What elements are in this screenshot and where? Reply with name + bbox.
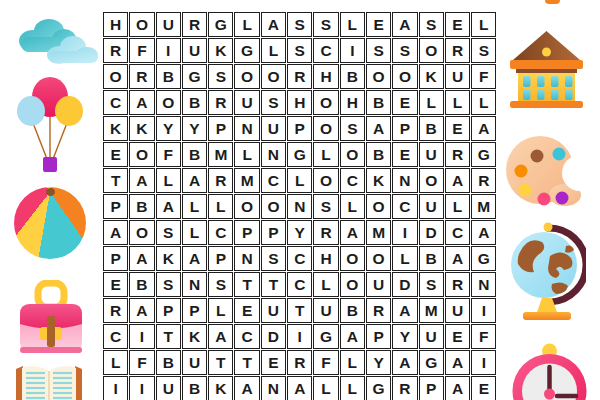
grid-cell-r9c1[interactable]: A [103,220,128,245]
grid-cell-r13c8[interactable]: I [287,324,312,349]
paint-palette-icon [504,134,586,207]
school-building-icon [507,29,586,108]
grid-cell-r6c1[interactable]: E [103,142,128,167]
grid-cell-r8c5[interactable]: L [208,194,233,219]
grid-cell-r2c12[interactable]: S [392,38,417,63]
grid-cell-r2c10[interactable]: I [340,38,365,63]
grid-cell-r4c8[interactable]: H [287,90,312,115]
grid-cell-r4c3[interactable]: O [156,90,181,115]
grid-cell-r10c14[interactable]: A [445,246,470,271]
grid-cell-r12c3[interactable]: P [156,298,181,323]
grid-cell-r2c7[interactable]: L [261,38,286,63]
grid-cell-r11c4[interactable]: N [182,272,207,297]
grid-cell-r14c14[interactable]: A [445,350,470,375]
grid-cell-r11c3[interactable]: S [156,272,181,297]
grid-cell-r8c2[interactable]: B [129,194,154,219]
grid-cell-r3c14[interactable]: U [445,64,470,89]
grid-cell-r14c11[interactable]: Y [366,350,391,375]
grid-cell-r4c10[interactable]: H [340,90,365,115]
grid-cell-r14c5[interactable]: T [208,350,233,375]
grid-cell-r7c13[interactable]: O [419,168,444,193]
grid-cell-r8c12[interactable]: C [392,194,417,219]
grid-cell-r1c3[interactable]: U [156,12,181,37]
open-book-icon [14,362,84,400]
grid-cell-r3c11[interactable]: O [366,64,391,89]
grid-cell-r5c5[interactable]: P [208,116,233,141]
grid-cell-r7c10[interactable]: C [340,168,365,193]
grid-cell-r1c4[interactable]: R [182,12,207,37]
grid-cell-r11c10[interactable]: O [340,272,365,297]
grid-cell-r8c14[interactable]: L [445,194,470,219]
grid-cell-r15c1[interactable]: I [103,376,128,400]
grid-cell-r15c3[interactable]: U [156,376,181,400]
grid-cell-r12c11[interactable]: R [366,298,391,323]
grid-cell-r6c12[interactable]: E [392,142,417,167]
grid-cell-r14c2[interactable]: F [129,350,154,375]
grid-cell-r12c2[interactable]: A [129,298,154,323]
cropped-orange-icon [545,0,560,4]
grid-cell-r1c13[interactable]: S [419,12,444,37]
grid-cell-r9c11[interactable]: M [366,220,391,245]
grid-cell-r8c11[interactable]: O [366,194,391,219]
grid-cell-r5c12[interactable]: P [392,116,417,141]
grid-cell-r4c5[interactable]: R [208,90,233,115]
grid-cell-r11c15[interactable]: N [471,272,496,297]
grid-cell-r2c15[interactable]: S [471,38,496,63]
clouds-icon [11,15,99,65]
grid-cell-r6c13[interactable]: U [419,142,444,167]
grid-cell-r13c12[interactable]: Y [392,324,417,349]
grid-cell-r6c15[interactable]: G [471,142,496,167]
grid-cell-r4c2[interactable]: A [129,90,154,115]
grid-cell-r5c3[interactable]: Y [156,116,181,141]
grid-cell-r4c11[interactable]: B [366,90,391,115]
balloons-icon [15,73,85,179]
grid-cell-r11c14[interactable]: R [445,272,470,297]
grid-cell-r13c1[interactable]: C [103,324,128,349]
grid-cell-r4c4[interactable]: B [182,90,207,115]
grid-cell-r13c4[interactable]: K [182,324,207,349]
grid-cell-r1c6[interactable]: L [234,12,259,37]
grid-cell-r3c10[interactable]: B [340,64,365,89]
grid-cell-r8c4[interactable]: L [182,194,207,219]
grid-cell-r9c4[interactable]: L [182,220,207,245]
grid-cell-r14c4[interactable]: U [182,350,207,375]
grid-cell-r11c6[interactable]: T [234,272,259,297]
grid-cell-r6c8[interactable]: G [287,142,312,167]
grid-cell-r14c12[interactable]: A [392,350,417,375]
grid-cell-r13c14[interactable]: E [445,324,470,349]
grid-cell-r6c9[interactable]: L [313,142,338,167]
grid-cell-r12c14[interactable]: U [445,298,470,323]
grid-cell-r9c10[interactable]: A [340,220,365,245]
grid-cell-r9c7[interactable]: P [261,220,286,245]
grid-cell-r3c3[interactable]: B [156,64,181,89]
grid-cell-r14c3[interactable]: B [156,350,181,375]
grid-cell-r7c3[interactable]: L [156,168,181,193]
grid-cell-r1c11[interactable]: E [366,12,391,37]
grid-cell-r15c8[interactable]: A [287,376,312,400]
grid-cell-r15c15[interactable]: E [471,376,496,400]
grid-cell-r12c9[interactable]: U [313,298,338,323]
grid-cell-r5c9[interactable]: O [313,116,338,141]
grid-cell-r5c13[interactable]: B [419,116,444,141]
grid-cell-r15c9[interactable]: L [313,376,338,400]
grid-cell-r2c13[interactable]: O [419,38,444,63]
grid-cell-r10c8[interactable]: C [287,246,312,271]
grid-cell-r15c10[interactable]: L [340,376,365,400]
grid-cell-r3c5[interactable]: S [208,64,233,89]
grid-cell-r14c8[interactable]: R [287,350,312,375]
grid-cell-r3c1[interactable]: O [103,64,128,89]
grid-cell-r2c4[interactable]: U [182,38,207,63]
grid-cell-r11c5[interactable]: S [208,272,233,297]
grid-cell-r4c1[interactable]: C [103,90,128,115]
grid-cell-r1c9[interactable]: S [313,12,338,37]
grid-cell-r1c15[interactable]: L [471,12,496,37]
grid-cell-r9c12[interactable]: I [392,220,417,245]
grid-cell-r12c13[interactable]: M [419,298,444,323]
grid-cell-r4c12[interactable]: E [392,90,417,115]
grid-cell-r13c11[interactable]: P [366,324,391,349]
grid-cell-r9c14[interactable]: C [445,220,470,245]
grid-cell-r8c1[interactable]: P [103,194,128,219]
grid-cell-r5c14[interactable]: E [445,116,470,141]
grid-cell-r11c12[interactable]: D [392,272,417,297]
grid-cell-r12c15[interactable]: I [471,298,496,323]
grid-cell-r4c9[interactable]: O [313,90,338,115]
grid-cell-r5c11[interactable]: A [366,116,391,141]
grid-cell-r7c7[interactable]: C [261,168,286,193]
grid-cell-r8c8[interactable]: N [287,194,312,219]
grid-cell-r15c6[interactable]: A [234,376,259,400]
grid-cell-r11c7[interactable]: T [261,272,286,297]
grid-cell-r8c3[interactable]: A [156,194,181,219]
grid-cell-r15c14[interactable]: A [445,376,470,400]
grid-cell-r11c13[interactable]: S [419,272,444,297]
grid-cell-r3c13[interactable]: K [419,64,444,89]
grid-cell-r3c8[interactable]: R [287,64,312,89]
grid-cell-r14c15[interactable]: I [471,350,496,375]
grid-cell-r7c2[interactable]: A [129,168,154,193]
grid-cell-r2c6[interactable]: G [234,38,259,63]
grid-cell-r5c6[interactable]: N [234,116,259,141]
grid-cell-r9c9[interactable]: R [313,220,338,245]
grid-cell-r2c1[interactable]: R [103,38,128,63]
grid-cell-r6c6[interactable]: L [234,142,259,167]
grid-cell-r10c15[interactable]: G [471,246,496,271]
grid-cell-r1c7[interactable]: A [261,12,286,37]
grid-cell-r6c2[interactable]: O [129,142,154,167]
grid-cell-r10c9[interactable]: H [313,246,338,271]
grid-cell-r10c1[interactable]: P [103,246,128,271]
grid-cell-r2c14[interactable]: R [445,38,470,63]
grid-cell-r13c2[interactable]: I [129,324,154,349]
grid-cell-r5c10[interactable]: S [340,116,365,141]
grid-cell-r2c11[interactable]: S [366,38,391,63]
grid-cell-r15c12[interactable]: R [392,376,417,400]
grid-cell-r5c7[interactable]: U [261,116,286,141]
grid-cell-r3c7[interactable]: O [261,64,286,89]
grid-cell-r14c10[interactable]: L [340,350,365,375]
grid-cell-r13c10[interactable]: A [340,324,365,349]
grid-cell-r7c11[interactable]: K [366,168,391,193]
grid-cell-r5c4[interactable]: Y [182,116,207,141]
grid-cell-r10c11[interactable]: O [366,246,391,271]
grid-cell-r15c5[interactable]: K [208,376,233,400]
grid-cell-r5c8[interactable]: P [287,116,312,141]
grid-cell-r1c1[interactable]: H [103,12,128,37]
grid-cell-r11c2[interactable]: B [129,272,154,297]
alarm-clock-icon [512,342,587,400]
grid-cell-r6c14[interactable]: R [445,142,470,167]
grid-cell-r13c9[interactable]: G [313,324,338,349]
grid-cell-r13c6[interactable]: C [234,324,259,349]
grid-cell-r4c14[interactable]: L [445,90,470,115]
grid-cell-r15c11[interactable]: G [366,376,391,400]
grid-cell-r14c9[interactable]: F [313,350,338,375]
grid-cell-r10c5[interactable]: P [208,246,233,271]
word-search-grid: HOURGLASSLEASELRFIUKGLSCISSORSORBGSOORHB… [103,12,496,400]
grid-cell-r7c15[interactable]: R [471,168,496,193]
grid-cell-r1c14[interactable]: E [445,12,470,37]
grid-cell-r8c6[interactable]: O [234,194,259,219]
grid-cell-r13c3[interactable]: T [156,324,181,349]
grid-cell-r10c2[interactable]: A [129,246,154,271]
grid-cell-r12c12[interactable]: A [392,298,417,323]
grid-cell-r9c15[interactable]: A [471,220,496,245]
grid-cell-r5c2[interactable]: K [129,116,154,141]
grid-cell-r9c13[interactable]: D [419,220,444,245]
grid-cell-r3c6[interactable]: O [234,64,259,89]
grid-cell-r9c6[interactable]: P [234,220,259,245]
grid-cell-r9c8[interactable]: Y [287,220,312,245]
grid-cell-r14c1[interactable]: L [103,350,128,375]
grid-cell-r4c13[interactable]: L [419,90,444,115]
grid-cell-r12c8[interactable]: T [287,298,312,323]
grid-cell-r6c4[interactable]: B [182,142,207,167]
grid-cell-r14c7[interactable]: E [261,350,286,375]
beach-ball-icon [14,187,86,259]
grid-cell-r10c10[interactable]: O [340,246,365,271]
grid-cell-r9c5[interactable]: C [208,220,233,245]
grid-cell-r6c7[interactable]: N [261,142,286,167]
grid-cell-r9c2[interactable]: O [129,220,154,245]
grid-cell-r3c9[interactable]: H [313,64,338,89]
grid-cell-r10c6[interactable]: N [234,246,259,271]
grid-cell-r5c15[interactable]: A [471,116,496,141]
grid-cell-r1c10[interactable]: L [340,12,365,37]
grid-cell-r4c6[interactable]: U [234,90,259,115]
grid-cell-r11c1[interactable]: E [103,272,128,297]
grid-cell-r1c8[interactable]: S [287,12,312,37]
grid-cell-r8c10[interactable]: L [340,194,365,219]
grid-cell-r4c7[interactable]: S [261,90,286,115]
grid-cell-r12c6[interactable]: E [234,298,259,323]
grid-cell-r10c4[interactable]: A [182,246,207,271]
grid-cell-r7c6[interactable]: M [234,168,259,193]
grid-cell-r14c6[interactable]: T [234,350,259,375]
grid-cell-r2c3[interactable]: I [156,38,181,63]
grid-cell-r7c1[interactable]: T [103,168,128,193]
grid-cell-r1c12[interactable]: A [392,12,417,37]
grid-cell-r6c10[interactable]: O [340,142,365,167]
globe-icon [508,222,586,323]
grid-cell-r6c3[interactable]: F [156,142,181,167]
grid-cell-r8c15[interactable]: M [471,194,496,219]
grid-cell-r15c2[interactable]: I [129,376,154,400]
school-bag-icon [18,280,84,357]
grid-cell-r13c7[interactable]: D [261,324,286,349]
grid-cell-r8c9[interactable]: S [313,194,338,219]
grid-cell-r12c10[interactable]: B [340,298,365,323]
grid-cell-r12c7[interactable]: U [261,298,286,323]
grid-cell-r14c13[interactable]: G [419,350,444,375]
grid-cell-r10c12[interactable]: L [392,246,417,271]
grid-cell-r2c2[interactable]: F [129,38,154,63]
grid-cell-r1c2[interactable]: O [129,12,154,37]
grid-cell-r10c13[interactable]: B [419,246,444,271]
grid-cell-r3c2[interactable]: R [129,64,154,89]
grid-cell-r7c9[interactable]: O [313,168,338,193]
grid-cell-r15c13[interactable]: P [419,376,444,400]
grid-cell-r3c12[interactable]: O [392,64,417,89]
grid-cell-r3c15[interactable]: F [471,64,496,89]
grid-cell-r13c5[interactable]: A [208,324,233,349]
grid-cell-r12c1[interactable]: R [103,298,128,323]
grid-cell-r10c3[interactable]: K [156,246,181,271]
grid-cell-r1c5[interactable]: G [208,12,233,37]
grid-cell-r2c5[interactable]: K [208,38,233,63]
grid-cell-r7c12[interactable]: N [392,168,417,193]
grid-cell-r13c13[interactable]: U [419,324,444,349]
grid-cell-r8c13[interactable]: U [419,194,444,219]
grid-cell-r7c4[interactable]: A [182,168,207,193]
grid-cell-r2c9[interactable]: C [313,38,338,63]
grid-cell-r13c15[interactable]: F [471,324,496,349]
grid-cell-r12c5[interactable]: L [208,298,233,323]
grid-cell-r6c11[interactable]: B [366,142,391,167]
grid-cell-r5c1[interactable]: K [103,116,128,141]
grid-cell-r15c7[interactable]: N [261,376,286,400]
grid-cell-r8c7[interactable]: O [261,194,286,219]
grid-cell-r15c4[interactable]: B [182,376,207,400]
grid-cell-r11c8[interactable]: C [287,272,312,297]
grid-cell-r11c9[interactable]: L [313,272,338,297]
grid-cell-r7c5[interactable]: R [208,168,233,193]
grid-cell-r9c3[interactable]: S [156,220,181,245]
grid-cell-r2c8[interactable]: S [287,38,312,63]
grid-cell-r7c8[interactable]: L [287,168,312,193]
grid-cell-r3c4[interactable]: G [182,64,207,89]
grid-cell-r7c14[interactable]: A [445,168,470,193]
grid-cell-r12c4[interactable]: P [182,298,207,323]
grid-cell-r11c11[interactable]: U [366,272,391,297]
grid-cell-r4c15[interactable]: L [471,90,496,115]
grid-cell-r6c5[interactable]: M [208,142,233,167]
grid-cell-r10c7[interactable]: S [261,246,286,271]
